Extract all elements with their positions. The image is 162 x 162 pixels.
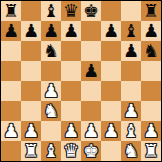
square-f8[interactable] xyxy=(101,1,121,21)
square-g4[interactable] xyxy=(121,81,141,101)
square-d6[interactable] xyxy=(61,41,81,61)
square-h1[interactable]: ♜ xyxy=(141,141,161,161)
black-pawn: ♟ xyxy=(3,21,19,41)
black-queen: ♛ xyxy=(63,1,79,21)
square-f3[interactable] xyxy=(101,101,121,121)
white-bishop: ♝ xyxy=(123,121,139,141)
square-f5[interactable] xyxy=(101,61,121,81)
square-a4[interactable] xyxy=(1,81,21,101)
square-h2[interactable]: ♟ xyxy=(141,121,161,141)
square-b7[interactable]: ♟ xyxy=(21,21,41,41)
square-e2[interactable]: ♟ xyxy=(81,121,101,141)
square-e5[interactable]: ♟ xyxy=(81,61,101,81)
square-f1[interactable] xyxy=(101,141,121,161)
black-pawn: ♟ xyxy=(83,61,99,81)
white-rook: ♜ xyxy=(23,141,39,161)
square-d5[interactable] xyxy=(61,61,81,81)
square-a1[interactable] xyxy=(1,141,21,161)
white-pawn: ♟ xyxy=(3,121,19,141)
square-e6[interactable] xyxy=(81,41,101,61)
square-a8[interactable]: ♜ xyxy=(1,1,21,21)
square-b8[interactable] xyxy=(21,1,41,21)
square-e7[interactable] xyxy=(81,21,101,41)
square-a2[interactable]: ♟ xyxy=(1,121,21,141)
black-king: ♚ xyxy=(83,1,99,21)
white-king: ♚ xyxy=(83,141,99,161)
square-d7[interactable]: ♟ xyxy=(61,21,81,41)
square-b2[interactable]: ♟ xyxy=(21,121,41,141)
square-a5[interactable] xyxy=(1,61,21,81)
black-pawn: ♟ xyxy=(123,41,139,61)
square-e3[interactable] xyxy=(81,101,101,121)
white-pawn: ♟ xyxy=(43,81,59,101)
square-g6[interactable]: ♟ xyxy=(121,41,141,61)
square-f6[interactable] xyxy=(101,41,121,61)
square-c1[interactable]: ♝ xyxy=(41,141,61,161)
white-knight: ♞ xyxy=(123,141,139,161)
white-pawn: ♟ xyxy=(23,121,39,141)
square-d1[interactable]: ♛ xyxy=(61,141,81,161)
square-f4[interactable] xyxy=(101,81,121,101)
white-bishop: ♝ xyxy=(43,141,59,161)
square-g5[interactable] xyxy=(121,61,141,81)
square-c3[interactable]: ♞ xyxy=(41,101,61,121)
square-g3[interactable]: ♟ xyxy=(121,101,141,121)
square-c4[interactable]: ♟ xyxy=(41,81,61,101)
square-e4[interactable] xyxy=(81,81,101,101)
square-e1[interactable]: ♚ xyxy=(81,141,101,161)
square-c8[interactable]: ♝ xyxy=(41,1,61,21)
square-c2[interactable] xyxy=(41,121,61,141)
white-queen: ♛ xyxy=(63,141,79,161)
square-h3[interactable] xyxy=(141,101,161,121)
white-pawn: ♟ xyxy=(103,121,119,141)
white-knight: ♞ xyxy=(43,101,59,121)
square-e8[interactable]: ♚ xyxy=(81,1,101,21)
square-b4[interactable] xyxy=(21,81,41,101)
square-g2[interactable]: ♝ xyxy=(121,121,141,141)
square-a7[interactable]: ♟ xyxy=(1,21,21,41)
black-rook: ♜ xyxy=(143,1,159,21)
square-b6[interactable] xyxy=(21,41,41,61)
black-bishop: ♝ xyxy=(43,1,59,21)
white-pawn: ♟ xyxy=(83,121,99,141)
black-knight: ♞ xyxy=(143,41,159,61)
square-d3[interactable] xyxy=(61,101,81,121)
square-h5[interactable] xyxy=(141,61,161,81)
black-pawn: ♟ xyxy=(63,21,79,41)
square-b3[interactable] xyxy=(21,101,41,121)
square-g8[interactable] xyxy=(121,1,141,21)
white-rook: ♜ xyxy=(143,141,159,161)
square-c6[interactable]: ♞ xyxy=(41,41,61,61)
square-d4[interactable] xyxy=(61,81,81,101)
square-a6[interactable] xyxy=(1,41,21,61)
square-h6[interactable]: ♞ xyxy=(141,41,161,61)
black-pawn: ♟ xyxy=(43,21,59,41)
black-bishop: ♝ xyxy=(123,21,139,41)
square-d2[interactable]: ♟ xyxy=(61,121,81,141)
square-h4[interactable] xyxy=(141,81,161,101)
square-g1[interactable]: ♞ xyxy=(121,141,141,161)
black-pawn: ♟ xyxy=(23,21,39,41)
white-pawn: ♟ xyxy=(63,121,79,141)
black-rook: ♜ xyxy=(3,1,19,21)
square-c5[interactable] xyxy=(41,61,61,81)
white-pawn: ♟ xyxy=(143,121,159,141)
square-c7[interactable]: ♟ xyxy=(41,21,61,41)
black-knight: ♞ xyxy=(43,41,59,61)
square-d8[interactable]: ♛ xyxy=(61,1,81,21)
square-b5[interactable] xyxy=(21,61,41,81)
square-f2[interactable]: ♟ xyxy=(101,121,121,141)
square-b1[interactable]: ♜ xyxy=(21,141,41,161)
chess-board: ♜♝♛♚♜♟♟♟♟♟♝♟♞♟♞♟♟♞♟♟♟♟♟♟♝♟♜♝♛♚♞♜ xyxy=(0,0,162,162)
square-a3[interactable] xyxy=(1,101,21,121)
square-f7[interactable]: ♟ xyxy=(101,21,121,41)
black-pawn: ♟ xyxy=(103,21,119,41)
black-pawn: ♟ xyxy=(143,21,159,41)
white-pawn: ♟ xyxy=(123,101,139,121)
square-g7[interactable]: ♝ xyxy=(121,21,141,41)
square-h8[interactable]: ♜ xyxy=(141,1,161,21)
square-h7[interactable]: ♟ xyxy=(141,21,161,41)
